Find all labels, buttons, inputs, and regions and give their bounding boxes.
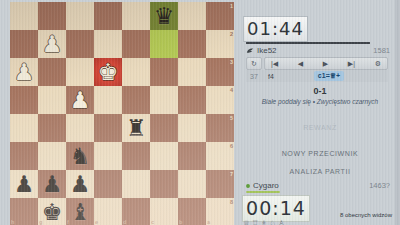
black-rook-d5: ♜ (122, 114, 150, 142)
square-b2[interactable] (178, 30, 206, 58)
square-f8[interactable]: ♝f (66, 198, 94, 225)
square-d3[interactable] (122, 58, 150, 86)
square-d4[interactable] (122, 86, 150, 114)
square-g5[interactable] (38, 114, 66, 142)
square-g2[interactable]: ♟ (38, 30, 66, 58)
opponent-rating: 1581 (373, 46, 390, 55)
square-a4[interactable]: 4 (206, 86, 234, 114)
patron-wing-icon (246, 47, 254, 55)
square-e7[interactable] (94, 170, 122, 198)
player-row[interactable]: Cygaro 1463? (246, 180, 390, 191)
black-bishop-f8: ♝ (66, 198, 94, 225)
square-d6[interactable] (122, 142, 150, 170)
square-h7[interactable]: ♟ (10, 170, 38, 198)
screen-right-edge (395, 0, 400, 225)
square-e3[interactable]: ♚ (94, 58, 122, 86)
square-b8[interactable]: b (178, 198, 206, 225)
white-king-e3: ♚ (94, 58, 122, 86)
rank-label-2: 2 (230, 31, 233, 37)
square-e6[interactable] (94, 142, 122, 170)
square-h4[interactable] (10, 86, 38, 114)
online-dot-icon (246, 184, 250, 188)
new-opponent-button[interactable]: NOWY PRZECIWNIK (240, 150, 400, 157)
captured-pieces: ♕♖♗♘♙ (243, 219, 287, 225)
player-name[interactable]: Cygaro (253, 181, 279, 190)
square-e4[interactable] (94, 86, 122, 114)
file-label-g: g (39, 219, 42, 225)
next-move-icon[interactable]: ▶ (323, 58, 328, 69)
game-result: 0-1 (240, 86, 400, 96)
rank-label-5: 5 (230, 115, 233, 121)
square-c2[interactable] (150, 30, 178, 58)
square-a5[interactable]: 5 (206, 114, 234, 142)
white-pawn-f4: ♟ (66, 86, 94, 114)
square-f4[interactable]: ♟ (66, 86, 94, 114)
square-g4[interactable] (38, 86, 66, 114)
square-c3[interactable] (150, 58, 178, 86)
square-h3[interactable]: ♟ (10, 58, 38, 86)
game-status-text: Białe poddały się • Zwycięstwo czarnych (240, 98, 400, 105)
player-clock: 00:14 (242, 195, 310, 222)
rank-label-6: 6 (230, 143, 233, 149)
flip-board-button[interactable]: ↻ (246, 57, 262, 70)
file-label-h: h (11, 219, 14, 225)
square-f2[interactable] (66, 30, 94, 58)
square-e2[interactable] (94, 30, 122, 58)
move-list-row: 37 f4 c1=♕+ (246, 70, 388, 82)
square-b5[interactable] (178, 114, 206, 142)
square-e5[interactable] (94, 114, 122, 142)
square-a8[interactable]: 8a (206, 198, 234, 225)
black-pawn-h7: ♟ (10, 170, 38, 198)
move-nav-bar: |◀ ◀ ▶ ▶| ⚙ (264, 57, 388, 70)
black-queen-c1: ♛ (150, 2, 178, 30)
square-a6[interactable]: 6 (206, 142, 234, 170)
white-pawn-h3: ♟ (10, 58, 38, 86)
prev-move-icon[interactable]: ◀ (298, 58, 303, 69)
first-move-icon[interactable]: |◀ (271, 58, 278, 69)
rank-label-4: 4 (230, 87, 233, 93)
clock-separator (246, 42, 370, 44)
white-move[interactable]: f4 (268, 73, 274, 80)
chess-board[interactable]: ♛1♟2♟♚3♟4♜5♞6♟♟♟7h♚g♝fedcb8a (10, 2, 234, 225)
square-d1[interactable] (122, 2, 150, 30)
active-player-underline (246, 191, 280, 193)
square-a7[interactable]: 7 (206, 170, 234, 198)
square-c6[interactable] (150, 142, 178, 170)
square-g7[interactable]: ♟ (38, 170, 66, 198)
black-knight-f6: ♞ (66, 142, 94, 170)
spectators-count: 8 obecnych widzów (340, 212, 392, 218)
square-f3[interactable] (66, 58, 94, 86)
square-e1[interactable] (94, 2, 122, 30)
opponent-clock: 01:44 (243, 16, 308, 42)
analysis-button[interactable]: ANALIZA PARTII (240, 168, 400, 175)
file-label-e: e (95, 219, 98, 225)
file-label-f: f (67, 219, 69, 225)
player-rating: 1463? (369, 181, 390, 190)
file-label-d: d (123, 219, 126, 225)
square-c4[interactable] (150, 86, 178, 114)
square-g8[interactable]: ♚g (38, 198, 66, 225)
rematch-button[interactable]: REWANŻ (240, 124, 400, 131)
rank-label-8: 8 (230, 199, 233, 205)
square-d7[interactable] (122, 170, 150, 198)
rank-label-3: 3 (230, 59, 233, 65)
square-c5[interactable] (150, 114, 178, 142)
black-pawn-f7: ♟ (66, 170, 94, 198)
square-f5[interactable] (66, 114, 94, 142)
square-d8[interactable]: d (122, 198, 150, 225)
white-pawn-g2: ♟ (38, 30, 66, 58)
square-d5[interactable]: ♜ (122, 114, 150, 142)
black-pawn-g7: ♟ (38, 170, 66, 198)
square-g3[interactable] (38, 58, 66, 86)
opponent-player-row[interactable]: Ike52 1581 (246, 45, 390, 56)
square-h1[interactable] (10, 2, 38, 30)
last-move-icon[interactable]: ▶| (348, 58, 355, 69)
analysis-gear-icon[interactable]: ⚙ (375, 58, 381, 69)
square-a1[interactable]: 1 (206, 2, 234, 30)
square-f7[interactable]: ♟ (66, 170, 94, 198)
lichess-game-screen: ♛1♟2♟♚3♟4♜5♞6♟♟♟7h♚g♝fedcb8a 01:44 Ike52… (0, 0, 400, 225)
square-b4[interactable] (178, 86, 206, 114)
square-a3[interactable]: 3 (206, 58, 234, 86)
square-c8[interactable]: c (150, 198, 178, 225)
file-label-b: b (179, 219, 182, 225)
square-c7[interactable] (150, 170, 178, 198)
square-f6[interactable]: ♞ (66, 142, 94, 170)
square-h5[interactable] (10, 114, 38, 142)
move-number: 37 (250, 73, 262, 80)
file-label-a: a (207, 219, 210, 225)
square-h8[interactable]: h (10, 198, 38, 225)
rank-label-1: 1 (230, 3, 233, 9)
square-g6[interactable] (38, 142, 66, 170)
move-nav-toolbar: ↻ |◀ ◀ ▶ ▶| ⚙ (246, 57, 388, 70)
rank-label-7: 7 (230, 171, 233, 177)
square-g1[interactable] (38, 2, 66, 30)
square-b3[interactable] (178, 58, 206, 86)
game-side-panel: 01:44 Ike52 1581 ↻ |◀ ◀ ▶ ▶| ⚙ (240, 0, 400, 225)
square-b1[interactable] (178, 2, 206, 30)
flip-board-icon: ↻ (251, 60, 257, 67)
square-d2[interactable] (122, 30, 150, 58)
square-f1[interactable] (66, 2, 94, 30)
opponent-name[interactable]: Ike52 (257, 46, 277, 55)
square-c1[interactable]: ♛ (150, 2, 178, 30)
file-label-c: c (151, 219, 154, 225)
square-b7[interactable] (178, 170, 206, 198)
square-e8[interactable]: e (94, 198, 122, 225)
square-b6[interactable] (178, 142, 206, 170)
square-h2[interactable] (10, 30, 38, 58)
square-h6[interactable] (10, 142, 38, 170)
square-a2[interactable]: 2 (206, 30, 234, 58)
black-move-selected[interactable]: c1=♕+ (314, 71, 344, 81)
